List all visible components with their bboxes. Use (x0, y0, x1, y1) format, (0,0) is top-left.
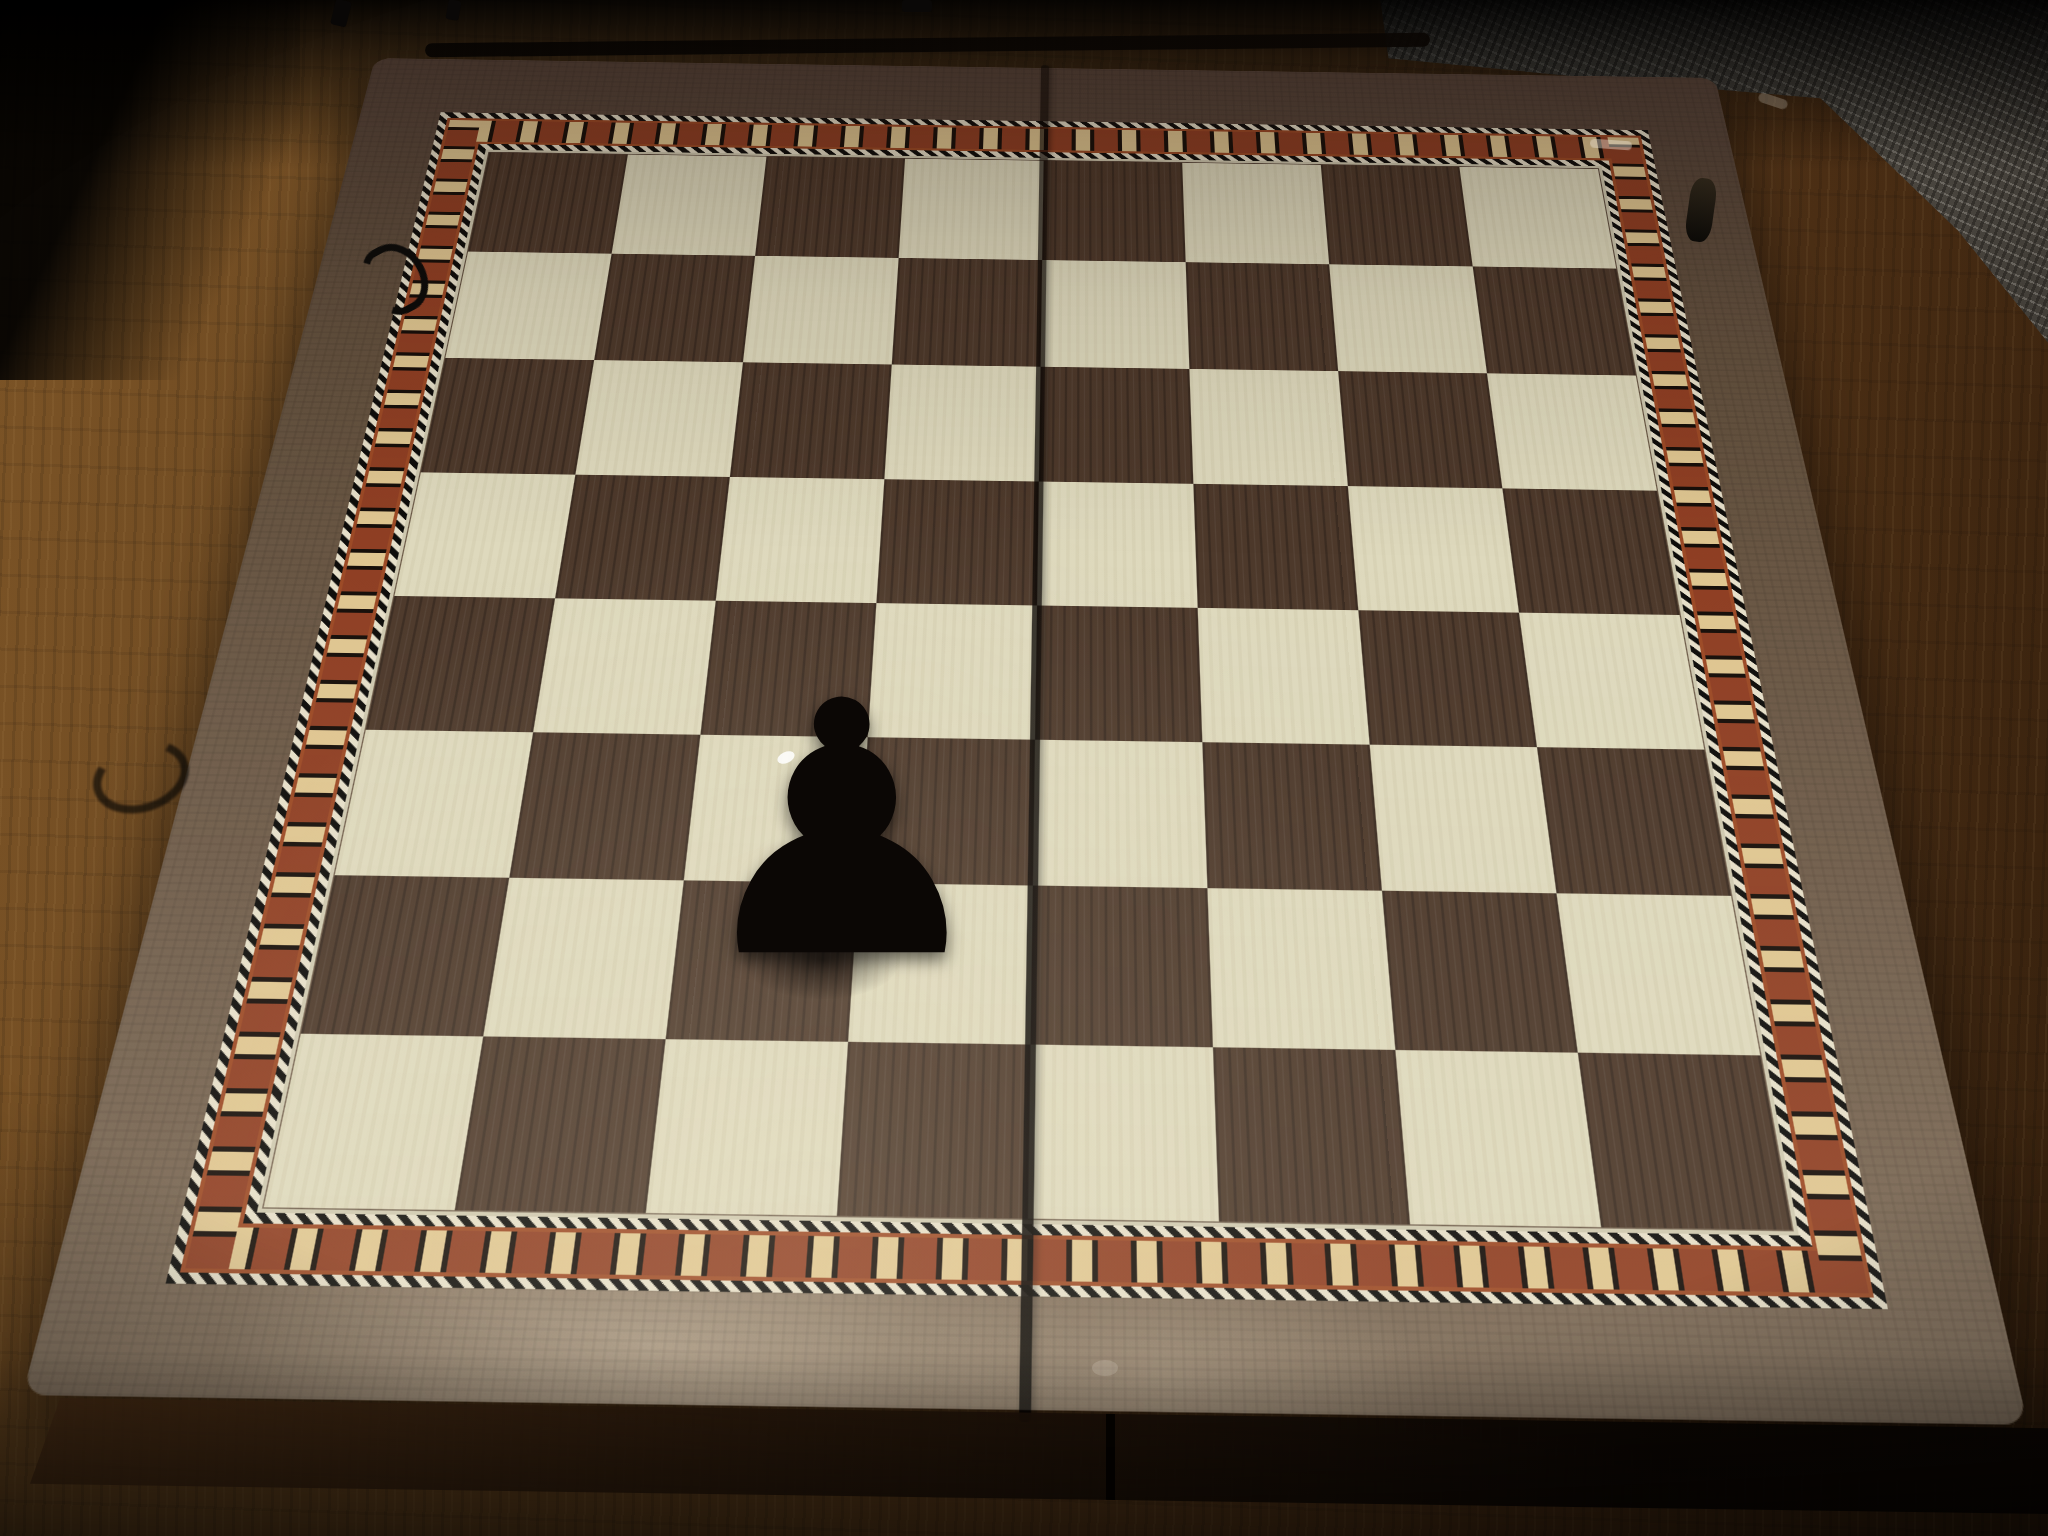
scene: ♟ (0, 0, 2048, 1536)
square-a1[interactable] (264, 1034, 484, 1210)
square-e8[interactable] (1042, 161, 1186, 262)
square-d5[interactable] (876, 479, 1038, 605)
square-d8[interactable] (899, 159, 1044, 260)
board-front-seam (1106, 1398, 1115, 1514)
square-g5[interactable] (1348, 486, 1519, 613)
square-e4[interactable] (1035, 605, 1202, 742)
square-c7[interactable] (743, 256, 899, 365)
square-g6[interactable] (1338, 371, 1502, 488)
square-f8[interactable] (1182, 163, 1329, 265)
board-wrapper (355, 58, 1715, 1418)
square-a2[interactable] (301, 875, 509, 1036)
square-h1[interactable] (1578, 1053, 1792, 1230)
square-b2[interactable] (483, 878, 684, 1039)
square-b1[interactable] (455, 1036, 666, 1213)
square-d7[interactable] (892, 258, 1042, 367)
square-b6[interactable] (575, 360, 743, 477)
square-e6[interactable] (1039, 367, 1193, 484)
square-b7[interactable] (594, 254, 755, 363)
square-f5[interactable] (1193, 484, 1358, 610)
dark-corner-top-left (0, 0, 300, 380)
square-a3[interactable] (335, 730, 533, 878)
square-g4[interactable] (1358, 610, 1537, 747)
square-e1[interactable] (1028, 1045, 1219, 1222)
square-b5[interactable] (555, 475, 730, 601)
square-h4[interactable] (1519, 613, 1704, 750)
square-e3[interactable] (1033, 740, 1208, 888)
square-h5[interactable] (1502, 488, 1679, 615)
square-g8[interactable] (1321, 165, 1473, 267)
square-f1[interactable] (1213, 1047, 1410, 1224)
square-c5[interactable] (716, 477, 885, 603)
square-b8[interactable] (612, 155, 767, 256)
square-h6[interactable] (1487, 373, 1657, 490)
square-a5[interactable] (394, 472, 575, 598)
square-h3[interactable] (1537, 747, 1731, 896)
square-g3[interactable] (1370, 745, 1557, 894)
square-e5[interactable] (1037, 482, 1198, 608)
square-a4[interactable] (366, 596, 555, 732)
frame-scuff-mark (1092, 1360, 1118, 1376)
square-a6[interactable] (421, 358, 594, 475)
square-d6[interactable] (884, 364, 1040, 481)
hinge-icon (902, 0, 932, 12)
square-c1[interactable] (646, 1039, 848, 1216)
square-f2[interactable] (1207, 888, 1395, 1050)
square-f4[interactable] (1198, 608, 1370, 745)
black-pawn-glyph: ♟ (685, 656, 895, 1006)
square-a7[interactable] (445, 252, 611, 361)
square-c8[interactable] (755, 157, 905, 258)
square-f6[interactable] (1189, 369, 1347, 486)
square-g7[interactable] (1329, 264, 1487, 373)
square-f3[interactable] (1202, 742, 1382, 891)
square-h2[interactable] (1556, 893, 1760, 1055)
chess-board (22, 58, 2028, 1425)
square-h8[interactable] (1459, 167, 1616, 269)
square-e2[interactable] (1031, 886, 1213, 1048)
square-g2[interactable] (1382, 891, 1578, 1053)
square-g1[interactable] (1395, 1050, 1601, 1227)
square-a8[interactable] (468, 153, 628, 254)
square-e7[interactable] (1041, 260, 1190, 369)
square-c6[interactable] (730, 362, 892, 479)
square-f7[interactable] (1186, 262, 1339, 371)
black-pawn[interactable]: ♟ (685, 656, 895, 1006)
square-b3[interactable] (509, 732, 700, 880)
square-d1[interactable] (837, 1042, 1031, 1219)
square-h7[interactable] (1473, 266, 1636, 375)
